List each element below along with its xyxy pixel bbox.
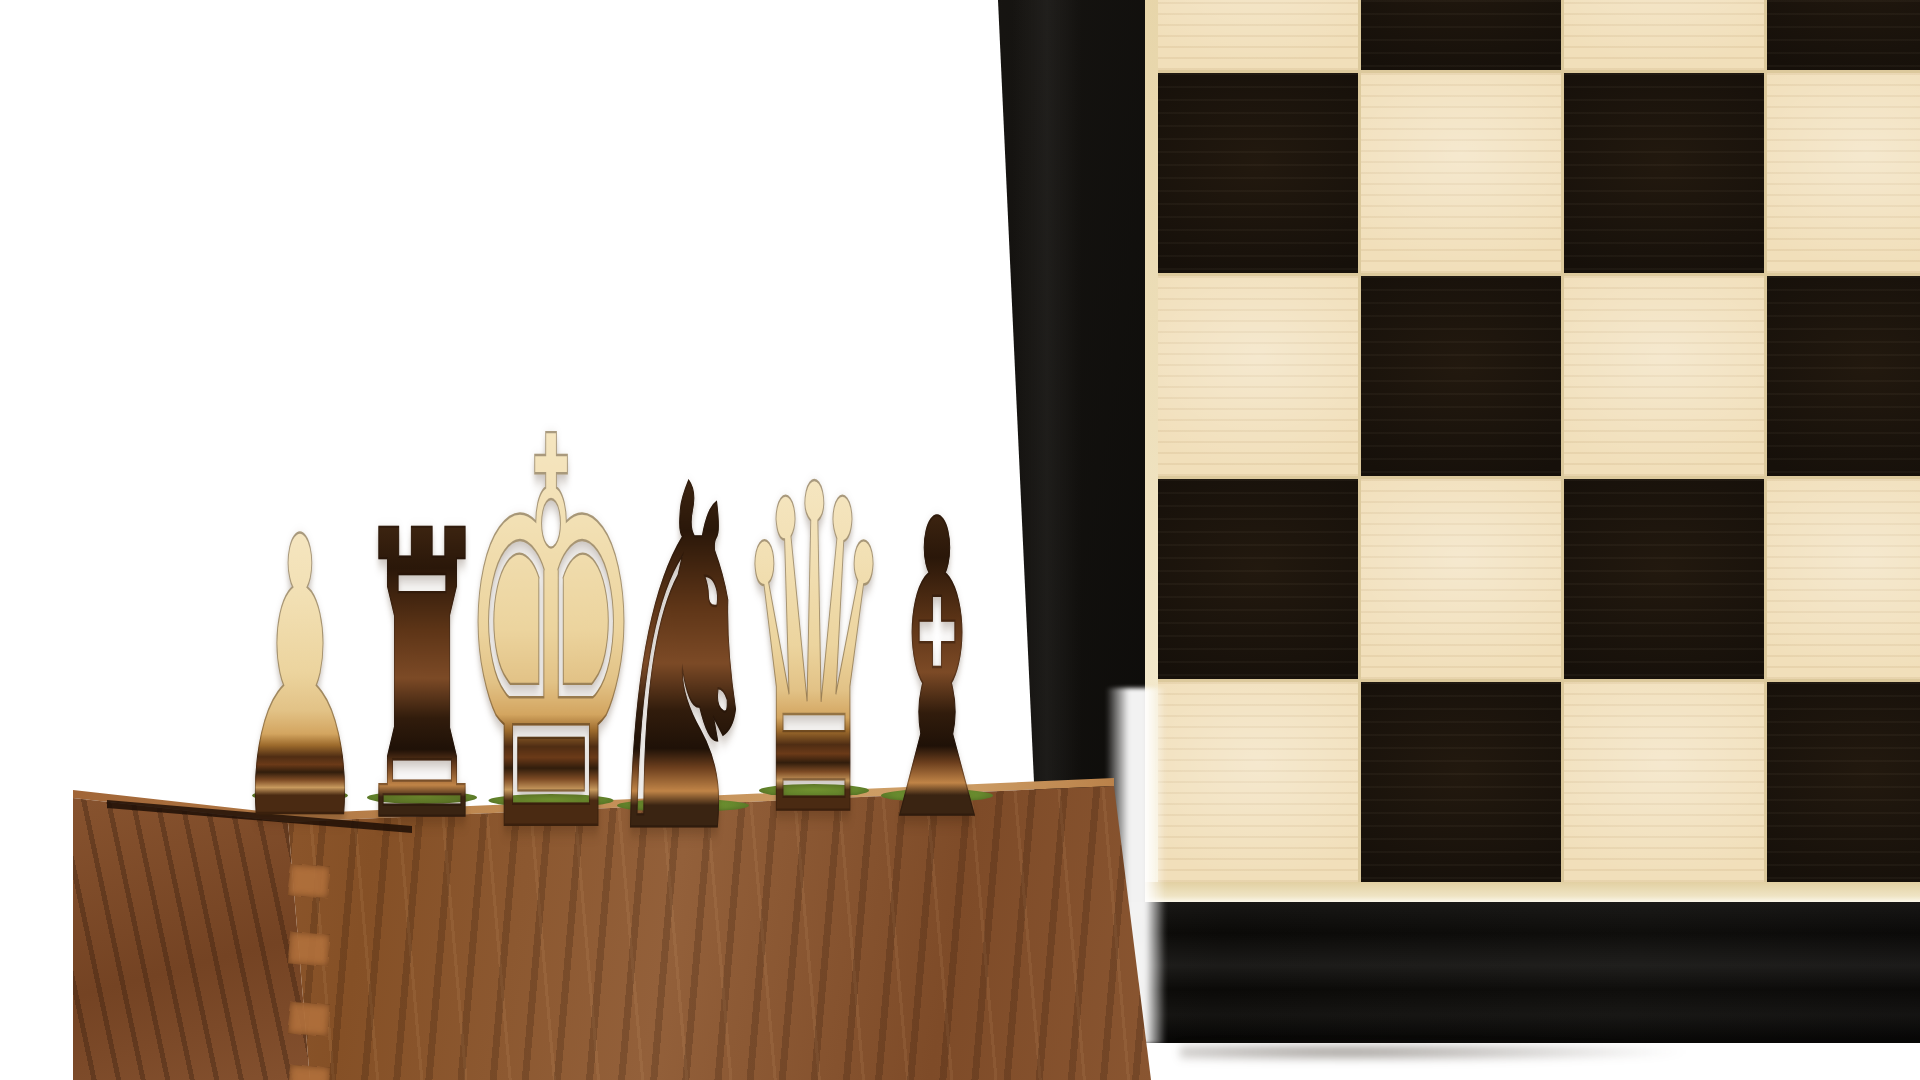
chess-piece-bishop-burnt: ♝	[866, 467, 1008, 877]
square-r4c3-dark	[1767, 682, 1920, 882]
square-r2c3-dark	[1767, 276, 1920, 476]
chess-piece-pawn-natural: ♟	[233, 488, 366, 872]
square-r0c3-dark	[1767, 0, 1920, 70]
square-r3c1-light	[1361, 479, 1561, 679]
square-r4c2-light	[1564, 682, 1764, 882]
square-r1c2-dark	[1564, 73, 1764, 273]
board-floor-shadow	[1180, 1040, 1920, 1064]
square-r3c0-dark	[1158, 479, 1358, 679]
square-r3c3-light	[1767, 479, 1920, 679]
dovetail-joint	[288, 1065, 330, 1080]
dovetail-joint	[288, 1002, 330, 1037]
square-r0c2-light	[1564, 0, 1764, 70]
square-r4c0-light	[1158, 682, 1358, 882]
square-r4c1-dark	[1361, 682, 1561, 882]
product-photo-scene: ♟♜♚♞♛♝	[0, 0, 1920, 1080]
frame-sheen	[1012, 0, 1082, 870]
square-r0c1-dark	[1361, 0, 1561, 70]
board-grid	[1158, 0, 1920, 882]
board-inlay-line-bottom	[1145, 882, 1920, 902]
square-r0c0-light	[1158, 0, 1358, 70]
square-r1c1-light	[1361, 73, 1561, 273]
square-r2c2-light	[1564, 276, 1764, 476]
square-r2c0-light	[1158, 276, 1358, 476]
square-r1c0-dark	[1158, 73, 1358, 273]
square-r1c3-light	[1767, 73, 1920, 273]
square-r3c2-dark	[1564, 479, 1764, 679]
square-r2c1-dark	[1361, 276, 1561, 476]
dovetail-joint	[288, 932, 330, 967]
